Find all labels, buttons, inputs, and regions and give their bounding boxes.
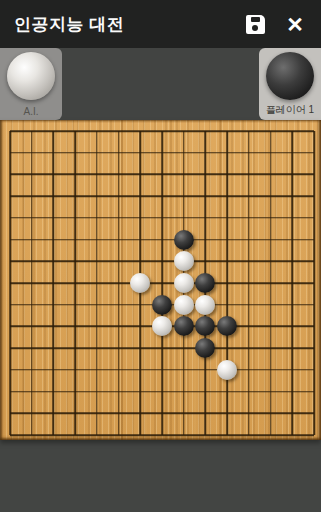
grid-line-vertical [226,131,228,435]
black-stone [195,338,215,358]
grid-line-horizontal [10,282,314,284]
white-stone [130,273,150,293]
grid-line-horizontal [10,413,314,415]
black-stone [217,316,237,336]
grid-line-vertical [248,131,250,435]
grid-line-vertical [292,131,294,435]
white-stone [152,316,172,336]
black-stone [195,316,215,336]
white-stone [174,251,194,271]
player1-label: 플레이어 1 [259,103,321,117]
grid-line-vertical [313,131,315,435]
save-button[interactable] [239,8,271,40]
close-icon: ✕ [286,14,304,35]
white-stone [174,295,194,315]
black-stone [174,230,194,250]
grid-line-horizontal [10,434,314,436]
player-panel-player1: 플레이어 1 [259,48,321,120]
white-stone [195,295,215,315]
save-icon-dot [252,25,258,31]
game-board[interactable] [0,120,321,440]
white-stone-avatar [7,52,55,100]
close-button[interactable]: ✕ [279,8,311,40]
board-grid [10,131,314,435]
grid-line-horizontal [10,369,314,371]
titlebar: 인공지능 대전 ✕ [0,0,321,48]
player-panel-ai: A.I. [0,48,62,120]
grid-line-horizontal [10,391,314,393]
save-icon [246,15,265,34]
save-icon-shutter [251,17,260,22]
white-stone [217,360,237,380]
black-stone-avatar [266,52,314,100]
app-screen: 인공지능 대전 ✕ A.I. 플레이어 1 [0,0,321,512]
grid-line-vertical [270,131,272,435]
white-stone [174,273,194,293]
page-title: 인공지능 대전 [14,13,239,36]
black-stone [152,295,172,315]
grid-line-horizontal [10,347,314,349]
ai-player-label: A.I. [0,106,62,117]
black-stone [195,273,215,293]
players-strip: A.I. 플레이어 1 [0,48,321,120]
titlebar-actions: ✕ [239,8,311,40]
black-stone [174,316,194,336]
